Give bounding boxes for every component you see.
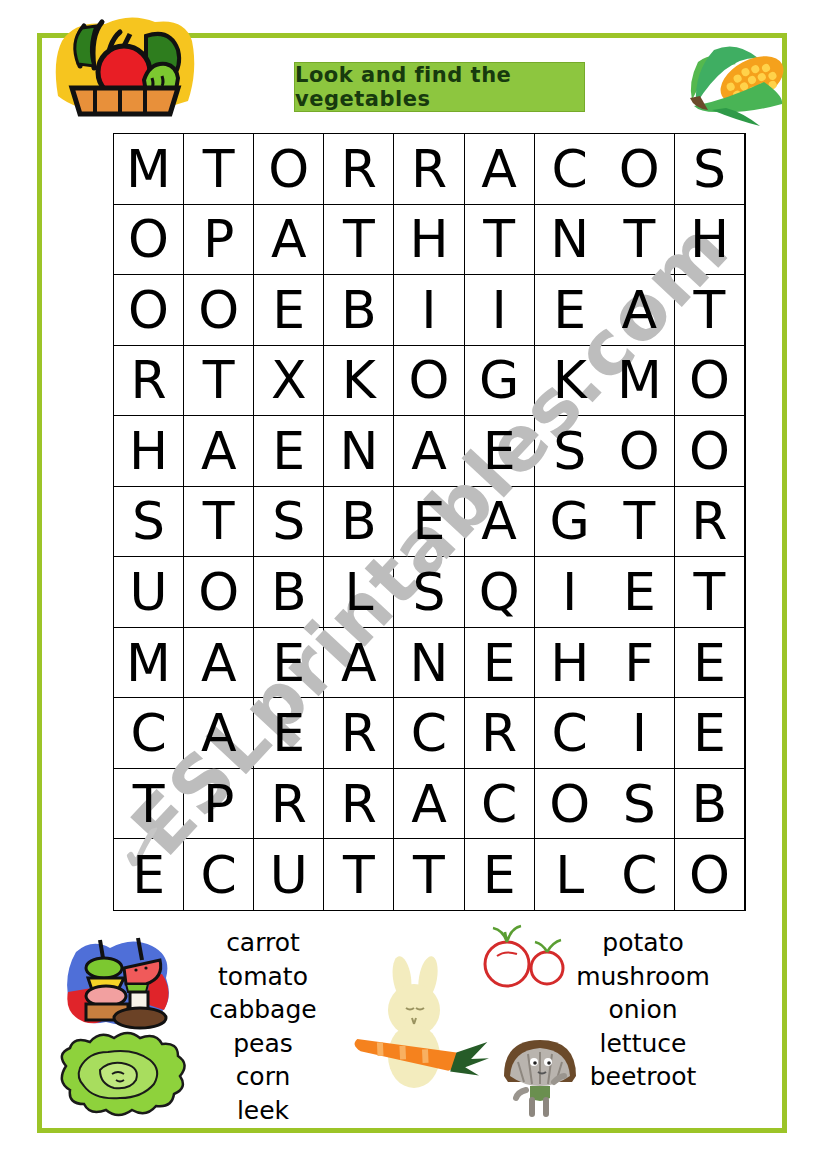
fruit-skewers-image [62, 934, 174, 1032]
grid-letter: A [271, 213, 307, 265]
grid-cell-r5c9[interactable]: O [675, 416, 745, 487]
grid-letter: E [693, 637, 726, 689]
grid-letter: T [694, 566, 726, 618]
grid-letter: O [689, 849, 730, 901]
grid-letter: A [481, 143, 517, 195]
grid-cell-r7c9[interactable]: T [675, 557, 745, 628]
worksheet-title: Look and find the vegetables [295, 63, 584, 111]
grid-cell-r8c6[interactable]: E [465, 628, 535, 699]
grid-letter: S [623, 778, 656, 830]
grid-letter: E [483, 637, 516, 689]
grid-cell-r6c7[interactable]: G [535, 487, 605, 558]
grid-cell-r7c7[interactable]: I [535, 557, 605, 628]
word-item: corn [183, 1060, 343, 1094]
grid-letter: H [129, 425, 168, 477]
grid-cell-r4c3[interactable]: X [254, 346, 324, 417]
grid-cell-r2c6[interactable]: T [465, 205, 535, 276]
grid-cell-r10c1[interactable]: T [114, 769, 184, 840]
grid-letter: O [619, 143, 660, 195]
grid-cell-r6c8[interactable]: T [605, 487, 675, 558]
grid-letter: M [126, 143, 171, 195]
word-item: potato [563, 926, 723, 960]
word-item: beetroot [563, 1060, 723, 1094]
grid-letter: I [421, 284, 436, 336]
grid-cell-r5c7[interactable]: S [535, 416, 605, 487]
grid-cell-r4c6[interactable]: G [465, 346, 535, 417]
grid-letter: O [128, 213, 169, 265]
grid-letter: R [411, 143, 447, 195]
grid-letter: O [198, 284, 239, 336]
grid-cell-r9c3[interactable]: E [254, 698, 324, 769]
grid-cell-r10c9[interactable]: B [675, 769, 745, 840]
grid-letter: B [271, 566, 307, 618]
grid-cell-r4c7[interactable]: K [535, 346, 605, 417]
word-item: onion [563, 993, 723, 1027]
word-item: lettuce [563, 1027, 723, 1061]
grid-letter: E [132, 849, 165, 901]
grid-letter: C [552, 707, 588, 759]
grid-cell-r3c9[interactable]: T [675, 275, 745, 346]
word-grid: ESLprintables.com ✓ MTORRACOSOPATHTNTHOO… [113, 133, 746, 911]
grid-cell-r8c1[interactable]: M [114, 628, 184, 699]
grid-letter: C [130, 707, 166, 759]
grid-cell-r6c6[interactable]: A [465, 487, 535, 558]
grid-letter: O [689, 354, 730, 406]
grid-cell-r3c7[interactable]: E [535, 275, 605, 346]
grid-cell-r9c9[interactable]: E [675, 698, 745, 769]
grid-cell-r6c2[interactable]: T [184, 487, 254, 558]
grid-cell-r9c1[interactable]: C [114, 698, 184, 769]
grid-cell-r11c6[interactable]: E [465, 839, 535, 910]
grid-cell-r4c9[interactable]: O [675, 346, 745, 417]
grid-letter: H [550, 637, 589, 689]
grid-letter: L [344, 566, 373, 618]
grid-cell-r9c6[interactable]: R [465, 698, 535, 769]
grid-letter: H [409, 213, 448, 265]
grid-letter: F [624, 637, 654, 689]
grid-cell-r9c4[interactable]: R [324, 698, 394, 769]
grid-cell-r11c9[interactable]: O [675, 839, 745, 910]
grid-letter: M [617, 354, 662, 406]
grid-cell-r4c1[interactable]: R [114, 346, 184, 417]
grid-letter: T [203, 354, 235, 406]
grid-cell-r11c2[interactable]: C [184, 839, 254, 910]
grid-letter: O [619, 425, 660, 477]
grid-cell-r1c3[interactable]: O [254, 134, 324, 205]
grid-cell-r2c9[interactable]: H [675, 205, 745, 276]
grid-cell-r7c2[interactable]: O [184, 557, 254, 628]
grid-cell-r5c5[interactable]: A [394, 416, 464, 487]
grid-cell-r3c5[interactable]: I [394, 275, 464, 346]
grid-cell-r4c4[interactable]: K [324, 346, 394, 417]
grid-cell-r3c2[interactable]: O [184, 275, 254, 346]
grid-cell-r7c8[interactable]: E [605, 557, 675, 628]
grid-cell-r6c1[interactable]: S [114, 487, 184, 558]
grid-cell-r8c2[interactable]: A [184, 628, 254, 699]
grid-cell-r2c2[interactable]: P [184, 205, 254, 276]
grid-cell-r9c2[interactable]: A [184, 698, 254, 769]
grid-letter: T [203, 495, 235, 547]
grid-letter: A [201, 637, 237, 689]
grid-letter: G [479, 354, 519, 406]
word-list-left: carrot tomato cabbage peas corn leek [183, 926, 343, 1127]
grid-cell-r10c7[interactable]: O [535, 769, 605, 840]
grid-letter: G [550, 495, 590, 547]
grid-letter: I [491, 284, 506, 336]
grid-letter: R [341, 707, 377, 759]
grid-cell-r4c2[interactable]: T [184, 346, 254, 417]
worksheet-title-box: Look and find the vegetables [294, 62, 585, 112]
grid-letter: E [272, 425, 305, 477]
grid-letter: R [691, 495, 727, 547]
grid-cell-r3c8[interactable]: A [605, 275, 675, 346]
grid-letter: T [623, 495, 655, 547]
grid-cell-r10c2[interactable]: P [184, 769, 254, 840]
grid-cell-r8c5[interactable]: N [394, 628, 464, 699]
grid-letter: P [203, 778, 234, 830]
grid-letter: S [272, 495, 305, 547]
grid-letter: I [632, 707, 647, 759]
grid-letter: L [555, 849, 584, 901]
grid-cell-r2c7[interactable]: N [535, 205, 605, 276]
grid-cell-r8c7[interactable]: H [535, 628, 605, 699]
grid-cell-r2c1[interactable]: O [114, 205, 184, 276]
grid-cell-r4c8[interactable]: M [605, 346, 675, 417]
grid-cell-r1c2[interactable]: T [184, 134, 254, 205]
grid-letter: O [409, 354, 450, 406]
grid-cell-r4c5[interactable]: O [394, 346, 464, 417]
grid-cell-r1c6[interactable]: A [465, 134, 535, 205]
grid-cell-r8c3[interactable]: E [254, 628, 324, 699]
grid-cell-r2c3[interactable]: A [254, 205, 324, 276]
grid-letter: T [133, 778, 165, 830]
grid-cell-r1c9[interactable]: S [675, 134, 745, 205]
vegetable-basket-image [50, 6, 198, 118]
grid-letter: E [693, 707, 726, 759]
grid-letter: T [343, 849, 375, 901]
grid-cell-r8c4[interactable]: A [324, 628, 394, 699]
grid-letter: E [553, 284, 586, 336]
grid-cell-r10c4[interactable]: R [324, 769, 394, 840]
grid-cell-r9c7[interactable]: C [535, 698, 605, 769]
grid-letter: C [201, 849, 237, 901]
grid-letter: B [692, 778, 728, 830]
grid-letter: C [411, 707, 447, 759]
grid-cell-r9c8[interactable]: I [605, 698, 675, 769]
grid-letter: E [483, 849, 516, 901]
grid-cell-r3c3[interactable]: E [254, 275, 324, 346]
word-item: peas [183, 1027, 343, 1061]
grid-letter: S [132, 495, 165, 547]
grid-letter: S [553, 425, 586, 477]
grid-letter: C [621, 849, 657, 901]
grid-letter: N [410, 637, 449, 689]
grid-letter: U [130, 566, 168, 618]
grid-cell-r6c4[interactable]: B [324, 487, 394, 558]
grid-cell-r11c1[interactable]: E [114, 839, 184, 910]
grid-cell-r1c5[interactable]: R [394, 134, 464, 205]
grid-letter: T [483, 213, 515, 265]
grid-letter: K [342, 354, 376, 406]
mushroom-character-image [498, 1032, 582, 1120]
grid-cell-r2c4[interactable]: T [324, 205, 394, 276]
grid-letter: N [550, 213, 589, 265]
word-item: carrot [183, 926, 343, 960]
lettuce-image [50, 1026, 190, 1120]
grid-cell-r8c8[interactable]: F [605, 628, 675, 699]
grid-letter: P [203, 213, 234, 265]
grid-cell-r7c3[interactable]: B [254, 557, 324, 628]
grid-cell-r7c6[interactable]: Q [465, 557, 535, 628]
grid-letter: X [271, 354, 307, 406]
grid-letter: A [622, 284, 658, 336]
grid-cell-r7c4[interactable]: L [324, 557, 394, 628]
grid-letter: M [126, 637, 171, 689]
grid-cell-r10c6[interactable]: C [465, 769, 535, 840]
grid-cell-r11c7[interactable]: L [535, 839, 605, 910]
grid-cell-r1c1[interactable]: M [114, 134, 184, 205]
grid-cell-r6c9[interactable]: R [675, 487, 745, 558]
grid-letter: U [270, 849, 308, 901]
grid-letter: K [553, 354, 587, 406]
grid-cell-r5c2[interactable]: A [184, 416, 254, 487]
grid-letter: E [272, 637, 305, 689]
grid-cell-r3c6[interactable]: I [465, 275, 535, 346]
grid-letter: O [198, 566, 239, 618]
grid-letter: A [481, 495, 517, 547]
grid-letter: R [271, 778, 307, 830]
grid-letter: A [341, 637, 377, 689]
grid-cell-r7c1[interactable]: U [114, 557, 184, 628]
grid-cell-r10c8[interactable]: S [605, 769, 675, 840]
grid-letter: O [268, 143, 309, 195]
grid-letter: A [201, 425, 237, 477]
grid-letter: R [341, 143, 377, 195]
grid-cell-r5c8[interactable]: O [605, 416, 675, 487]
grid-letter: T [413, 849, 445, 901]
tomatoes-sketch-image [477, 922, 569, 990]
grid-letter: T [203, 143, 235, 195]
grid-letter: S [693, 143, 726, 195]
grid-letter: O [689, 425, 730, 477]
grid-cell-r11c3[interactable]: U [254, 839, 324, 910]
grid-letter: A [411, 425, 447, 477]
grid-cell-r2c8[interactable]: T [605, 205, 675, 276]
grid-letter: N [339, 425, 378, 477]
grid-letter: R [130, 354, 166, 406]
grid-letter: R [341, 778, 377, 830]
grid-cell-r11c8[interactable]: C [605, 839, 675, 910]
grid-letter: C [481, 778, 517, 830]
grid-cell-r10c5[interactable]: A [394, 769, 464, 840]
word-item: leek [183, 1094, 343, 1128]
grid-letter: A [201, 707, 237, 759]
grid-letter: E [413, 495, 446, 547]
grid-letter: A [411, 778, 447, 830]
grid-letter: T [623, 213, 655, 265]
corn-image [686, 38, 794, 130]
word-item: mushroom [563, 960, 723, 994]
grid-letter: C [552, 143, 588, 195]
grid-letter: E [272, 707, 305, 759]
grid-cell-r10c3[interactable]: R [254, 769, 324, 840]
grid-letter: R [481, 707, 517, 759]
grid-cell-r5c3[interactable]: E [254, 416, 324, 487]
grid-cell-r6c5[interactable]: E [394, 487, 464, 558]
word-item: cabbage [183, 993, 343, 1027]
grid-cell-r1c7[interactable]: C [535, 134, 605, 205]
grid-cell-r5c4[interactable]: N [324, 416, 394, 487]
grid-letter: O [549, 778, 590, 830]
word-list-right: potato mushroom onion lettuce beetroot [563, 926, 723, 1094]
grid-letter: T [343, 213, 375, 265]
word-item: tomato [183, 960, 343, 994]
grid-letter: H [690, 213, 729, 265]
grid-letter: E [272, 284, 305, 336]
grid-cell-r5c6[interactable]: E [465, 416, 535, 487]
grid-letter: T [694, 284, 726, 336]
grid-cell-r6c3[interactable]: S [254, 487, 324, 558]
grid-cell-r2c5[interactable]: H [394, 205, 464, 276]
grid-letter: E [623, 566, 656, 618]
grid-cell-r9c5[interactable]: C [394, 698, 464, 769]
grid-cell-r8c9[interactable]: E [675, 628, 745, 699]
grid-letter: S [412, 566, 445, 618]
grid-cell-r3c4[interactable]: B [324, 275, 394, 346]
grid-letter: B [341, 284, 377, 336]
grid-cell-r1c4[interactable]: R [324, 134, 394, 205]
grid-letter: Q [479, 566, 520, 618]
grid-cell-r11c5[interactable]: T [394, 839, 464, 910]
grid-letter: E [483, 425, 516, 477]
grid-cell-r7c5[interactable]: S [394, 557, 464, 628]
grid-letter: I [562, 566, 577, 618]
grid-cell-r3c1[interactable]: O [114, 275, 184, 346]
grid-letter: B [341, 495, 377, 547]
grid-cell-r1c8[interactable]: O [605, 134, 675, 205]
grid-letter: O [128, 284, 169, 336]
grid-cell-r11c4[interactable]: T [324, 839, 394, 910]
grid-cell-r5c1[interactable]: H [114, 416, 184, 487]
